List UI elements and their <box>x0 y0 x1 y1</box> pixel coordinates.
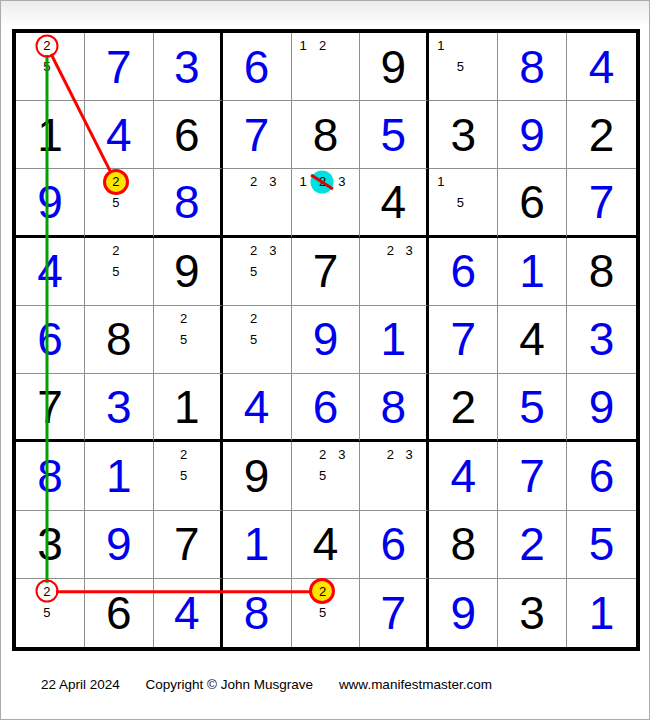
solved-digit: 4 <box>223 374 291 439</box>
given-digit: 9 <box>360 33 426 100</box>
cell-r4c3[interactable]: 9 <box>154 238 223 306</box>
cell-r8c5[interactable]: 4 <box>292 511 361 579</box>
cell-r3c5[interactable]: 123 <box>292 169 361 237</box>
solved-digit: 2 <box>498 511 566 578</box>
cell-r9c7[interactable]: 9 <box>429 579 498 647</box>
solved-digit: 8 <box>16 442 84 509</box>
pencil-digit: 1 <box>294 35 313 56</box>
solved-digit: 3 <box>85 374 153 439</box>
solved-digit: 6 <box>429 238 497 305</box>
given-digit: 7 <box>16 374 84 439</box>
cell-r9c5[interactable]: 25 <box>292 579 361 647</box>
given-digit: 1 <box>16 101 84 168</box>
cell-r5c2[interactable]: 8 <box>85 306 154 374</box>
given-digit: 4 <box>292 511 360 578</box>
pencil-digit: 5 <box>451 192 470 212</box>
cell-r2c8[interactable]: 9 <box>498 101 567 169</box>
pencil-2-cyan-eliminated: 2 <box>313 171 332 191</box>
cell-r2c3[interactable]: 6 <box>154 101 223 169</box>
solved-digit: 3 <box>154 33 220 100</box>
pencil-digit: 3 <box>263 171 282 191</box>
cell-r3c7[interactable]: 15 <box>429 169 498 237</box>
solved-digit: 7 <box>429 306 497 373</box>
cell-r1c5[interactable]: 12 <box>292 33 361 101</box>
pencil-marks: 25 <box>87 240 145 303</box>
cell-r7c7[interactable]: 4 <box>429 442 498 510</box>
pencil-digit: 5 <box>106 192 125 212</box>
solved-digit: 8 <box>154 169 220 234</box>
given-digit: 7 <box>292 238 360 305</box>
cell-r8c3[interactable]: 7 <box>154 511 223 579</box>
solved-digit: 4 <box>85 101 153 168</box>
cell-r3c4[interactable]: 23 <box>223 169 292 237</box>
pencil-marks: 235 <box>294 444 352 507</box>
cell-r9c3[interactable]: 4 <box>154 579 223 647</box>
cell-r2c9[interactable]: 2 <box>567 101 636 169</box>
cell-r5c8[interactable]: 4 <box>498 306 567 374</box>
pencil-2-red-outline: 2 <box>37 35 56 56</box>
pencil-digit: 2 <box>313 35 332 56</box>
pencil-digit: 3 <box>400 240 419 261</box>
solved-digit: 1 <box>360 306 426 373</box>
cell-r1c6[interactable]: 9 <box>360 33 429 101</box>
given-digit: 3 <box>429 101 497 168</box>
cell-r1c2[interactable]: 7 <box>85 33 154 101</box>
cell-r6c1[interactable]: 7 <box>16 374 85 442</box>
solved-digit: 1 <box>223 511 291 578</box>
cell-r6c2[interactable]: 3 <box>85 374 154 442</box>
window-top-edge <box>1 1 649 25</box>
cell-r4c7[interactable]: 6 <box>429 238 498 306</box>
cell-r1c3[interactable]: 3 <box>154 33 223 101</box>
cell-r7c4[interactable]: 9 <box>223 442 292 510</box>
pencil-2-yellow-filled: 2 <box>106 171 125 191</box>
cell-r8c1[interactable]: 3 <box>16 511 85 579</box>
pencil-digit: 5 <box>174 329 193 350</box>
cell-r3c1[interactable]: 9 <box>16 169 85 237</box>
pencil-digit: 2 <box>313 444 332 465</box>
pencil-digit: 5 <box>313 465 332 486</box>
given-digit: 1 <box>154 374 220 439</box>
cell-r4c1[interactable]: 4 <box>16 238 85 306</box>
cell-r6c5[interactable]: 6 <box>292 374 361 442</box>
cell-r3c8[interactable]: 6 <box>498 169 567 237</box>
cell-r8c8[interactable]: 2 <box>498 511 567 579</box>
cell-r5c3[interactable]: 25 <box>154 306 223 374</box>
pencil-digit: 2 <box>244 308 263 329</box>
pencil-digit: 5 <box>244 261 263 282</box>
solved-digit: 5 <box>567 511 636 578</box>
pencil-digit: 2 <box>174 444 193 465</box>
solved-digit: 6 <box>567 442 636 509</box>
cell-r5c9[interactable]: 3 <box>567 306 636 374</box>
solved-digit: 6 <box>360 511 426 578</box>
cell-r2c2[interactable]: 4 <box>85 101 154 169</box>
pencil-marks: 12 <box>294 35 352 98</box>
pencil-marks: 15 <box>431 171 489 232</box>
given-digit: 8 <box>292 101 360 168</box>
solved-digit: 1 <box>85 442 153 509</box>
cell-r5c7[interactable]: 7 <box>429 306 498 374</box>
pencil-digit: 2 <box>381 240 400 261</box>
cell-r6c6[interactable]: 8 <box>360 374 429 442</box>
cell-r8c7[interactable]: 8 <box>429 511 498 579</box>
pencil-marks: 15 <box>431 35 489 98</box>
pencil-marks: 23 <box>225 171 283 232</box>
solved-digit: 4 <box>154 579 220 647</box>
pencil-marks: 25 <box>156 308 212 371</box>
cell-r5c1[interactable]: 6 <box>16 306 85 374</box>
solved-digit: 9 <box>16 169 84 234</box>
solved-digit: 9 <box>429 579 497 647</box>
cell-r9c2[interactable]: 6 <box>85 579 154 647</box>
solved-digit: 5 <box>360 101 426 168</box>
solved-digit: 9 <box>292 306 360 373</box>
cell-r7c8[interactable]: 7 <box>498 442 567 510</box>
footer-copyright: Copyright © John Musgrave <box>146 677 314 692</box>
solved-digit: 3 <box>567 306 636 373</box>
cell-r8c9[interactable]: 5 <box>567 511 636 579</box>
given-digit: 2 <box>429 374 497 439</box>
pencil-digit: 3 <box>332 171 351 191</box>
cell-r9c1[interactable]: 25 <box>16 579 85 647</box>
given-digit: 6 <box>498 169 566 234</box>
cell-r2c5[interactable]: 8 <box>292 101 361 169</box>
solved-digit: 7 <box>223 101 291 168</box>
cell-r1c9[interactable]: 4 <box>567 33 636 101</box>
solved-digit: 7 <box>567 169 636 234</box>
cell-r7c5[interactable]: 235 <box>292 442 361 510</box>
cell-r9c9[interactable]: 1 <box>567 579 636 647</box>
pencil-marks: 25 <box>294 581 352 645</box>
pencil-marks: 23 <box>362 444 418 507</box>
cell-r3c6[interactable]: 4 <box>360 169 429 237</box>
footer: 22 April 2024 Copyright © John Musgrave … <box>41 677 492 692</box>
cell-r4c2[interactable]: 25 <box>85 238 154 306</box>
pencil-marks: 123 <box>294 171 352 232</box>
given-digit: 9 <box>223 442 291 509</box>
cell-r1c4[interactable]: 6 <box>223 33 292 101</box>
solved-digit: 8 <box>223 579 291 647</box>
pencil-digit: 5 <box>244 329 263 350</box>
cell-r8c4[interactable]: 1 <box>223 511 292 579</box>
cell-r7c1[interactable]: 8 <box>16 442 85 510</box>
cell-r6c7[interactable]: 2 <box>429 374 498 442</box>
given-digit: 4 <box>498 306 566 373</box>
pencil-digit: 3 <box>332 444 351 465</box>
pencil-digit: 3 <box>263 240 282 261</box>
cell-r1c7[interactable]: 15 <box>429 33 498 101</box>
solved-digit: 9 <box>85 511 153 578</box>
pencil-digit: 2 <box>381 444 400 465</box>
cell-r1c8[interactable]: 8 <box>498 33 567 101</box>
cell-r6c9[interactable]: 9 <box>567 374 636 442</box>
solved-digit: 6 <box>16 306 84 373</box>
cell-r4c6[interactable]: 23 <box>360 238 429 306</box>
pencil-digit: 2 <box>106 240 125 261</box>
cell-r7c2[interactable]: 1 <box>85 442 154 510</box>
pencil-marks: 25 <box>225 308 283 371</box>
pencil-digit: 5 <box>451 56 470 77</box>
pencil-digit: 2 <box>174 308 193 329</box>
footer-website-link[interactable]: www.manifestmaster.com <box>339 677 492 692</box>
solved-digit: 8 <box>360 374 426 439</box>
given-digit: 8 <box>429 511 497 578</box>
cell-r9c4[interactable]: 8 <box>223 579 292 647</box>
cell-r6c8[interactable]: 5 <box>498 374 567 442</box>
solved-digit: 1 <box>498 238 566 305</box>
solved-digit: 4 <box>16 238 84 305</box>
cell-r4c4[interactable]: 235 <box>223 238 292 306</box>
cell-r6c4[interactable]: 4 <box>223 374 292 442</box>
cell-r5c4[interactable]: 25 <box>223 306 292 374</box>
pencil-digit: 5 <box>37 56 56 77</box>
solved-digit: 6 <box>223 33 291 100</box>
cell-r7c6[interactable]: 23 <box>360 442 429 510</box>
pencil-digit: 5 <box>313 602 332 623</box>
pencil-digit: 3 <box>400 444 419 465</box>
given-digit: 8 <box>567 238 636 305</box>
cell-r8c2[interactable]: 9 <box>85 511 154 579</box>
solved-digit: 8 <box>498 33 566 100</box>
pencil-digit: 2 <box>244 240 263 261</box>
cell-r9c6[interactable]: 7 <box>360 579 429 647</box>
sudoku-board: 2573612915841467853929258231234156742592… <box>12 29 640 651</box>
cell-r2c6[interactable]: 5 <box>360 101 429 169</box>
cell-r3c2[interactable]: 25 <box>85 169 154 237</box>
cell-r3c3[interactable]: 8 <box>154 169 223 237</box>
solved-digit: 7 <box>498 442 566 509</box>
pencil-2-red-outline: 2 <box>37 581 56 602</box>
given-digit: 7 <box>154 511 220 578</box>
cell-r9c8[interactable]: 3 <box>498 579 567 647</box>
cell-r4c9[interactable]: 8 <box>567 238 636 306</box>
given-digit: 3 <box>498 579 566 647</box>
given-digit: 6 <box>85 579 153 647</box>
cell-r5c5[interactable]: 9 <box>292 306 361 374</box>
given-digit: 2 <box>567 101 636 168</box>
pencil-digit: 2 <box>244 171 263 191</box>
pencil-marks: 25 <box>18 581 76 645</box>
pencil-marks: 25 <box>18 35 76 98</box>
solved-digit: 6 <box>292 374 360 439</box>
solved-digit: 5 <box>498 374 566 439</box>
cell-r2c7[interactable]: 3 <box>429 101 498 169</box>
solved-digit: 1 <box>567 579 636 647</box>
cell-r7c3[interactable]: 25 <box>154 442 223 510</box>
pencil-marks: 23 <box>362 240 418 303</box>
cell-r2c1[interactable]: 1 <box>16 101 85 169</box>
pencil-digit: 1 <box>431 35 450 56</box>
cell-r1c1[interactable]: 25 <box>16 33 85 101</box>
pencil-digit: 5 <box>174 465 193 486</box>
cell-r4c5[interactable]: 7 <box>292 238 361 306</box>
cell-r5c6[interactable]: 1 <box>360 306 429 374</box>
pencil-marks: 25 <box>156 444 212 507</box>
pencil-marks: 235 <box>225 240 283 303</box>
cell-r7c9[interactable]: 6 <box>567 442 636 510</box>
given-digit: 6 <box>154 101 220 168</box>
solved-digit: 7 <box>360 579 426 647</box>
given-digit: 4 <box>360 169 426 234</box>
pencil-digit: 5 <box>106 261 125 282</box>
pencil-marks: 25 <box>87 171 145 232</box>
sudoku-page: 2573612915841467853929258231234156742592… <box>0 0 650 720</box>
pencil-digit: 1 <box>431 171 450 191</box>
given-digit: 8 <box>85 306 153 373</box>
solved-digit: 4 <box>429 442 497 509</box>
given-digit: 3 <box>16 511 84 578</box>
pencil-digit: 5 <box>37 602 56 623</box>
pencil-2-yellow-filled: 2 <box>313 581 332 602</box>
cell-r6c3[interactable]: 1 <box>154 374 223 442</box>
cell-r8c6[interactable]: 6 <box>360 511 429 579</box>
cell-r2c4[interactable]: 7 <box>223 101 292 169</box>
solved-digit: 9 <box>567 374 636 439</box>
cell-r3c9[interactable]: 7 <box>567 169 636 237</box>
footer-date: 22 April 2024 <box>41 677 120 692</box>
given-digit: 9 <box>154 238 220 305</box>
solved-digit: 9 <box>498 101 566 168</box>
solved-digit: 4 <box>567 33 636 100</box>
cell-r4c8[interactable]: 1 <box>498 238 567 306</box>
solved-digit: 7 <box>85 33 153 100</box>
